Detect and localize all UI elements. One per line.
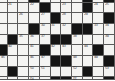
cell-r1-c10[interactable]: 25 [104, 3, 115, 14]
clue-number-49: 49 [94, 56, 98, 59]
black-cell-r6-c10 [104, 56, 115, 67]
clue-number-53: 53 [105, 67, 109, 70]
cell-r2-c8[interactable]: 29 [83, 13, 94, 24]
clue-number-27: 27 [41, 13, 45, 16]
cell-r7-c7[interactable]: 52 [72, 67, 83, 78]
cell-r8-c1[interactable] [8, 77, 19, 80]
black-cell-r4-c1 [8, 35, 19, 46]
black-cell-r5-c0 [0, 45, 8, 56]
cell-r2-c0[interactable] [0, 13, 8, 24]
black-cell-r5-c9 [93, 45, 104, 56]
cell-r7-c6[interactable] [61, 67, 72, 78]
cell-r2-c3[interactable] [29, 13, 40, 24]
cell-r8-c2[interactable] [18, 77, 29, 80]
clue-number-24: 24 [94, 3, 98, 6]
clue-number-34: 34 [105, 24, 109, 27]
cell-r6-c2[interactable] [18, 56, 29, 67]
cell-r7-c3[interactable]: 50 [29, 67, 40, 78]
cell-r4-c7[interactable]: 38 [72, 35, 83, 46]
cell-r8-c7[interactable]: 55 [72, 77, 83, 80]
clue-number-23: 23 [62, 3, 66, 6]
clue-number-19: 19 [62, 0, 66, 1]
cell-r5-c2[interactable] [18, 45, 29, 56]
clue-number-38: 38 [73, 35, 77, 38]
clue-number-48: 48 [73, 56, 77, 59]
cell-r1-c2[interactable] [18, 3, 29, 14]
clue-number-45: 45 [1, 56, 5, 59]
clue-number-32: 32 [62, 24, 66, 27]
clue-number-39: 39 [105, 35, 109, 38]
black-cell-r8-c10 [104, 77, 115, 80]
cell-r5-c3[interactable]: 41 [29, 45, 40, 56]
cell-r8-c8[interactable] [83, 77, 94, 80]
cell-r7-c2[interactable] [18, 67, 29, 78]
cell-r3-c5[interactable]: 31 [51, 24, 62, 35]
black-cell-r3-c8 [83, 24, 94, 35]
clue-number-28: 28 [62, 13, 66, 16]
cell-r6-c9[interactable]: 49 [93, 56, 104, 67]
cell-r5-c6[interactable]: 43 [61, 45, 72, 56]
clue-number-18: 18 [8, 0, 12, 1]
crossword-screenshot: 1819212223242526272829303132333435363738… [0, 0, 115, 80]
black-cell-r6-c6 [61, 56, 72, 67]
clue-number-42: 42 [51, 45, 55, 48]
cell-r4-c2[interactable]: 35 [18, 35, 29, 46]
clue-number-46: 46 [30, 56, 34, 59]
clue-number-51: 51 [41, 67, 45, 70]
cell-r1-c5[interactable] [51, 3, 62, 14]
cell-r2-c2[interactable]: 26 [18, 13, 29, 24]
clue-number-21: 21 [8, 3, 12, 6]
clue-number-37: 37 [41, 35, 45, 38]
cell-r1-c6[interactable]: 23 [61, 3, 72, 14]
cell-r6-c4[interactable]: 47 [40, 56, 51, 67]
cell-r3-c10[interactable]: 34 [104, 24, 115, 35]
clue-number-41: 41 [30, 45, 34, 48]
cell-r8-c0[interactable] [0, 77, 8, 80]
clue-number-33: 33 [94, 24, 98, 27]
black-cell-r3-c3 [29, 24, 40, 35]
cell-r3-c2[interactable] [18, 24, 29, 35]
cell-r5-c5[interactable]: 42 [51, 45, 62, 56]
clue-number-52: 52 [73, 67, 77, 70]
cell-r2-c6[interactable]: 28 [61, 13, 72, 24]
clue-number-40: 40 [8, 45, 12, 48]
cell-r5-c7[interactable] [72, 45, 83, 56]
cell-r1-c1[interactable]: 21 [8, 3, 19, 14]
black-cell-r2-c10 [104, 13, 115, 24]
cell-r4-c8[interactable] [83, 35, 94, 46]
black-cell-r2-c5 [51, 13, 62, 24]
clue-number-43: 43 [62, 45, 66, 48]
black-cell-r8-c6 [61, 77, 72, 80]
black-cell-r1-c4 [40, 3, 51, 14]
clue-number-47: 47 [41, 56, 45, 59]
cell-r1-c9[interactable]: 24 [93, 3, 104, 14]
cell-r1-c7[interactable] [72, 3, 83, 14]
cell-r7-c4[interactable]: 51 [40, 67, 51, 78]
cell-r3-c6[interactable]: 32 [61, 24, 72, 35]
clue-number-50: 50 [30, 67, 34, 70]
cell-r6-c7[interactable]: 48 [72, 56, 83, 67]
black-cell-r7-c8 [83, 67, 94, 78]
cell-r1-c3[interactable]: 22 [29, 3, 40, 14]
black-cell-r3-c7 [72, 24, 83, 35]
clue-number-31: 31 [51, 24, 55, 27]
clue-number-30: 30 [41, 24, 45, 27]
cell-r6-c1[interactable] [8, 56, 19, 67]
cell-r7-c5[interactable] [51, 67, 62, 78]
clue-number-36: 36 [30, 35, 34, 38]
cell-r3-c9[interactable]: 33 [93, 24, 104, 35]
cell-r4-c4[interactable]: 37 [40, 35, 51, 46]
black-cell-r6-c5 [51, 56, 62, 67]
cell-r8-c4[interactable] [40, 77, 51, 80]
cell-r4-c3[interactable]: 36 [29, 35, 40, 46]
cell-r7-c9[interactable] [93, 67, 104, 78]
crossword-grid: 1819212223242526272829303132333435363738… [0, 0, 115, 80]
cell-r7-c0[interactable] [0, 67, 8, 78]
cell-r8-c3[interactable]: 54 [29, 77, 40, 80]
clue-number-44: 44 [84, 45, 88, 48]
black-cell-r8-c5 [51, 77, 62, 80]
cell-r8-c9[interactable] [93, 77, 104, 80]
cell-r4-c0[interactable] [0, 35, 8, 46]
clue-number-22: 22 [30, 3, 34, 6]
clue-number-26: 26 [19, 13, 23, 16]
cell-r5-c10[interactable] [104, 45, 115, 56]
cell-r3-c4[interactable]: 30 [40, 24, 51, 35]
cell-r6-c0[interactable]: 45 [0, 56, 8, 67]
cell-r7-c10[interactable]: 53 [104, 67, 115, 78]
cell-r6-c8[interactable] [83, 56, 94, 67]
clue-number-55: 55 [73, 78, 77, 81]
cell-r5-c8[interactable]: 44 [83, 45, 94, 56]
cell-r2-c4[interactable]: 27 [40, 13, 51, 24]
clue-number-29: 29 [84, 13, 88, 16]
cell-r2-c7[interactable] [72, 13, 83, 24]
black-cell-r7-c1 [8, 67, 19, 78]
cell-r2-c1[interactable] [8, 13, 19, 24]
clue-number-54: 54 [30, 78, 34, 81]
cell-r3-c0[interactable] [0, 24, 8, 35]
black-cell-r4-c6 [61, 35, 72, 46]
clue-number-25: 25 [105, 3, 109, 6]
cell-r6-c3[interactable]: 46 [29, 56, 40, 67]
cell-r4-c10[interactable]: 39 [104, 35, 115, 46]
black-cell-r5-c4 [40, 45, 51, 56]
cell-r4-c9[interactable] [93, 35, 104, 46]
cell-r2-c9[interactable] [93, 13, 104, 24]
cell-r3-c1[interactable] [8, 24, 19, 35]
black-cell-r4-c5 [51, 35, 62, 46]
cell-r1-c0[interactable] [0, 3, 8, 14]
clue-number-35: 35 [19, 35, 23, 38]
black-cell-r1-c8 [83, 3, 94, 14]
cell-r5-c1[interactable]: 40 [8, 45, 19, 56]
